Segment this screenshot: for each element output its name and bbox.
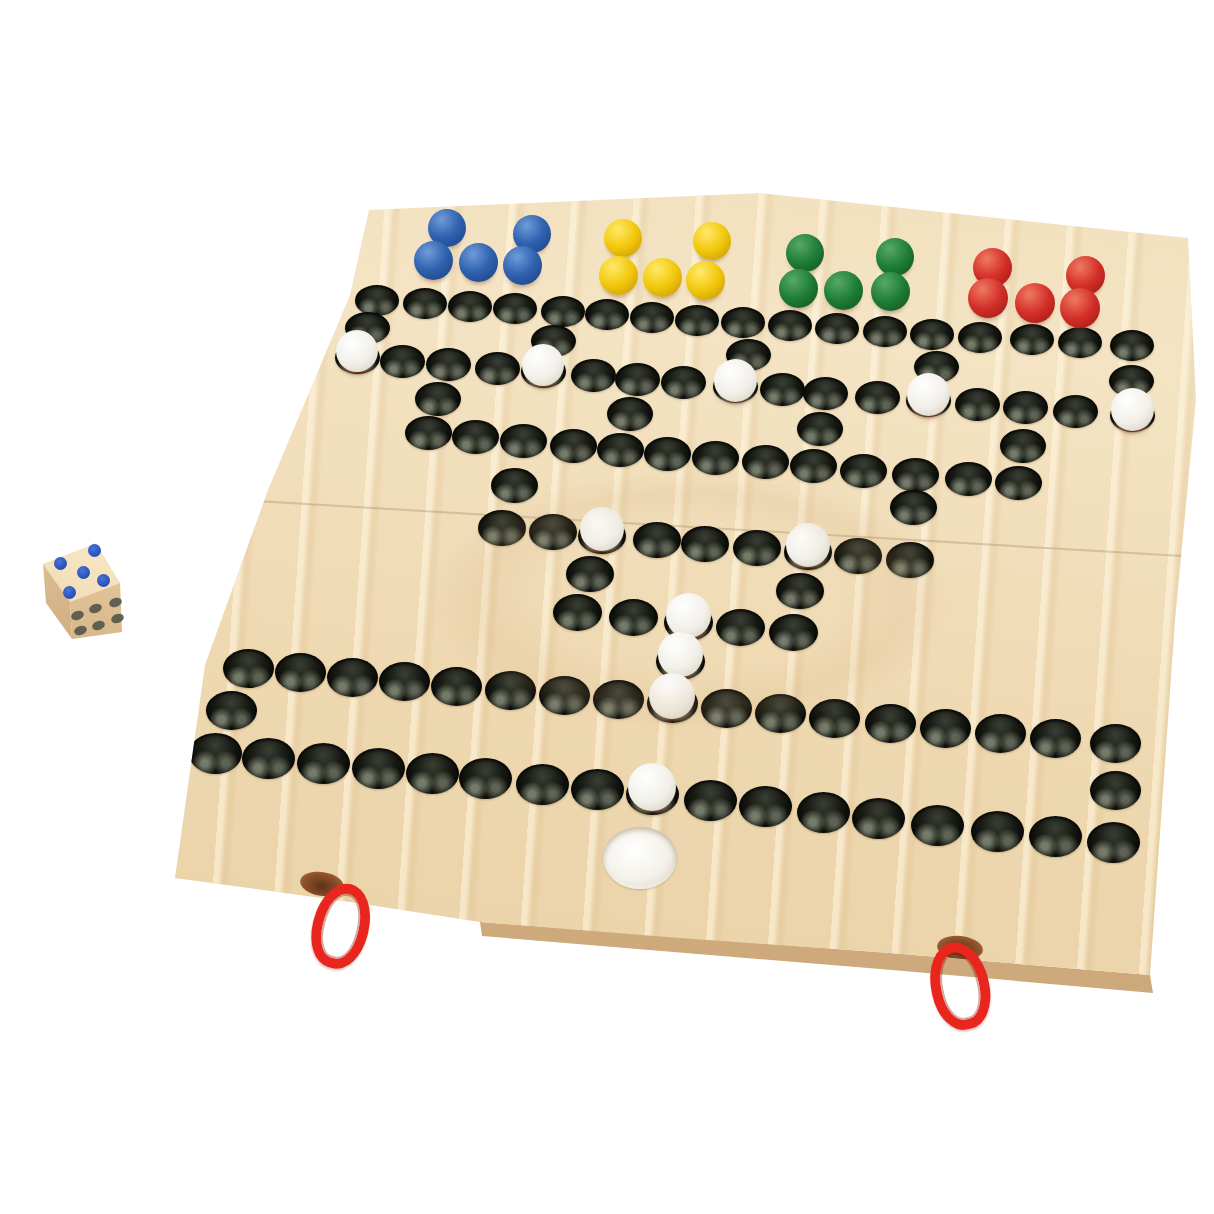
rope-handle-left[interactable] — [303, 878, 378, 975]
rope-handle-right[interactable] — [922, 937, 997, 1035]
carry-handles-layer — [0, 0, 1214, 1214]
barricade-product-photo — [0, 0, 1214, 1214]
die-pip-blue — [88, 544, 101, 557]
wooden-die[interactable] — [38, 540, 138, 650]
die-pip-blue — [54, 557, 67, 570]
die-pip-blue — [77, 566, 90, 579]
die-pip-blue — [63, 586, 76, 599]
die-pip-blue — [97, 574, 110, 587]
